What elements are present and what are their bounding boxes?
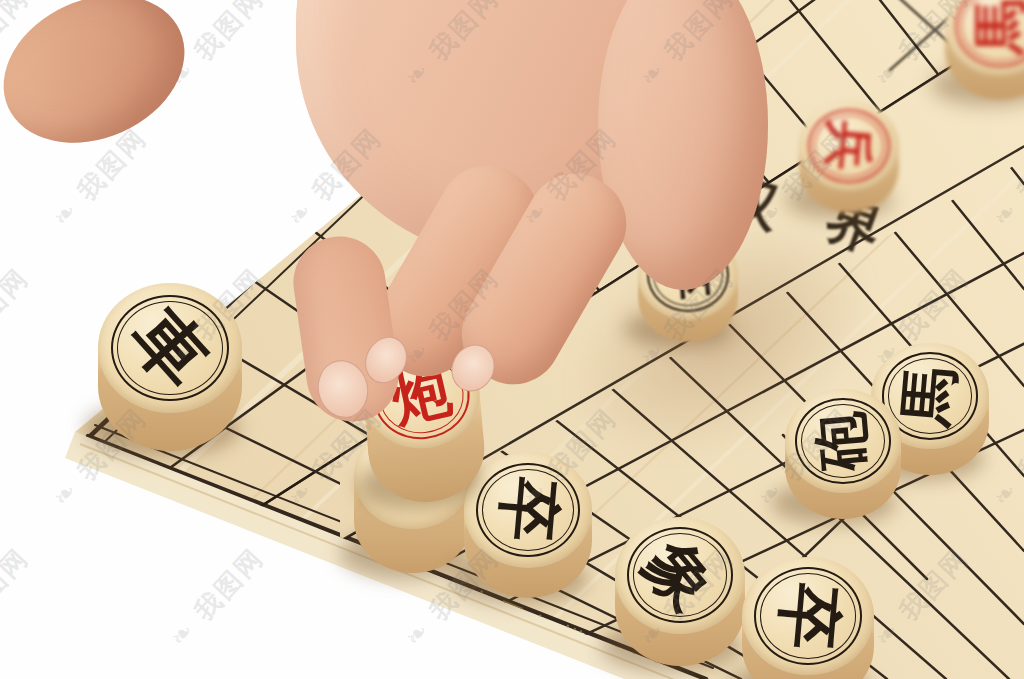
piece-top-face: 卒 <box>742 557 874 676</box>
piece-black-soldier-2[interactable]: 卒 <box>742 557 874 679</box>
photo-stage: 汉 界 中国象棋 Chinese 車炮卒象卒砲馬卒兵馬 ❧ 我图网❧ 我图网❧ … <box>0 0 1024 679</box>
hand <box>0 0 188 138</box>
piece-character: 卒 <box>743 545 873 679</box>
